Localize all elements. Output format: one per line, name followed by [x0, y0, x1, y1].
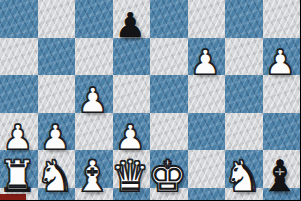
square-r3c0[interactable]: ♟ — [0, 113, 38, 151]
square-r2c1[interactable] — [38, 75, 76, 113]
square-r0c5[interactable] — [188, 0, 226, 38]
square-r0c7[interactable] — [263, 0, 301, 38]
square-r1c7[interactable]: ♟ — [263, 38, 301, 76]
square-r1c6[interactable] — [225, 38, 263, 76]
square-r0c6[interactable] — [225, 0, 263, 38]
piece-white-rook[interactable]: ♜ — [0, 155, 37, 198]
square-r4c4[interactable]: ♚ — [150, 150, 188, 188]
piece-white-knight[interactable]: ♞ — [36, 155, 75, 198]
square-r3c6[interactable] — [225, 113, 263, 151]
square-r2c4[interactable] — [150, 75, 188, 113]
square-r4c1[interactable]: ♞ — [38, 150, 76, 188]
piece-black-pawn[interactable]: ♟ — [115, 8, 145, 42]
square-r4c7[interactable]: ♝ — [263, 150, 301, 188]
square-r0c1[interactable] — [38, 0, 76, 38]
piece-white-queen[interactable]: ♛ — [111, 155, 150, 198]
piece-black-bishop[interactable]: ♝ — [261, 155, 300, 198]
square-r5c5[interactable] — [188, 188, 226, 201]
square-r4c5[interactable] — [188, 150, 226, 188]
piece-white-pawn[interactable]: ♟ — [77, 83, 107, 117]
square-r4c0[interactable]: ♜ — [0, 150, 38, 188]
square-r3c1[interactable]: ♟ — [38, 113, 76, 151]
square-r1c4[interactable] — [150, 38, 188, 76]
square-r2c0[interactable] — [0, 75, 38, 113]
square-r3c3[interactable]: ♟ — [113, 113, 151, 151]
square-r1c2[interactable] — [75, 38, 113, 76]
square-r2c3[interactable] — [113, 75, 151, 113]
square-r1c1[interactable] — [38, 38, 76, 76]
chess-board: ♟♟♟♟♟♟♟♜♞♝♛♚♞♝ — [0, 0, 300, 200]
square-r3c4[interactable] — [150, 113, 188, 151]
square-r0c2[interactable] — [75, 0, 113, 38]
square-r1c0[interactable] — [0, 38, 38, 76]
square-r0c0[interactable] — [0, 0, 38, 38]
piece-white-bishop[interactable]: ♝ — [73, 155, 112, 198]
square-r2c6[interactable] — [225, 75, 263, 113]
square-r0c4[interactable] — [150, 0, 188, 38]
piece-white-pawn[interactable]: ♟ — [2, 120, 32, 154]
square-r1c5[interactable]: ♟ — [188, 38, 226, 76]
square-r2c2[interactable]: ♟ — [75, 75, 113, 113]
piece-white-knight[interactable]: ♞ — [223, 155, 262, 198]
square-r4c6[interactable]: ♞ — [225, 150, 263, 188]
piece-white-pawn[interactable]: ♟ — [265, 45, 295, 79]
piece-white-pawn[interactable]: ♟ — [190, 45, 220, 79]
square-r4c3[interactable]: ♛ — [113, 150, 151, 188]
square-r0c3[interactable]: ♟ — [113, 0, 151, 38]
square-r3c5[interactable] — [188, 113, 226, 151]
square-r3c7[interactable] — [263, 113, 301, 151]
piece-white-pawn[interactable]: ♟ — [40, 120, 70, 154]
piece-white-king[interactable]: ♚ — [148, 155, 187, 198]
square-r4c2[interactable]: ♝ — [75, 150, 113, 188]
piece-white-pawn[interactable]: ♟ — [115, 120, 145, 154]
